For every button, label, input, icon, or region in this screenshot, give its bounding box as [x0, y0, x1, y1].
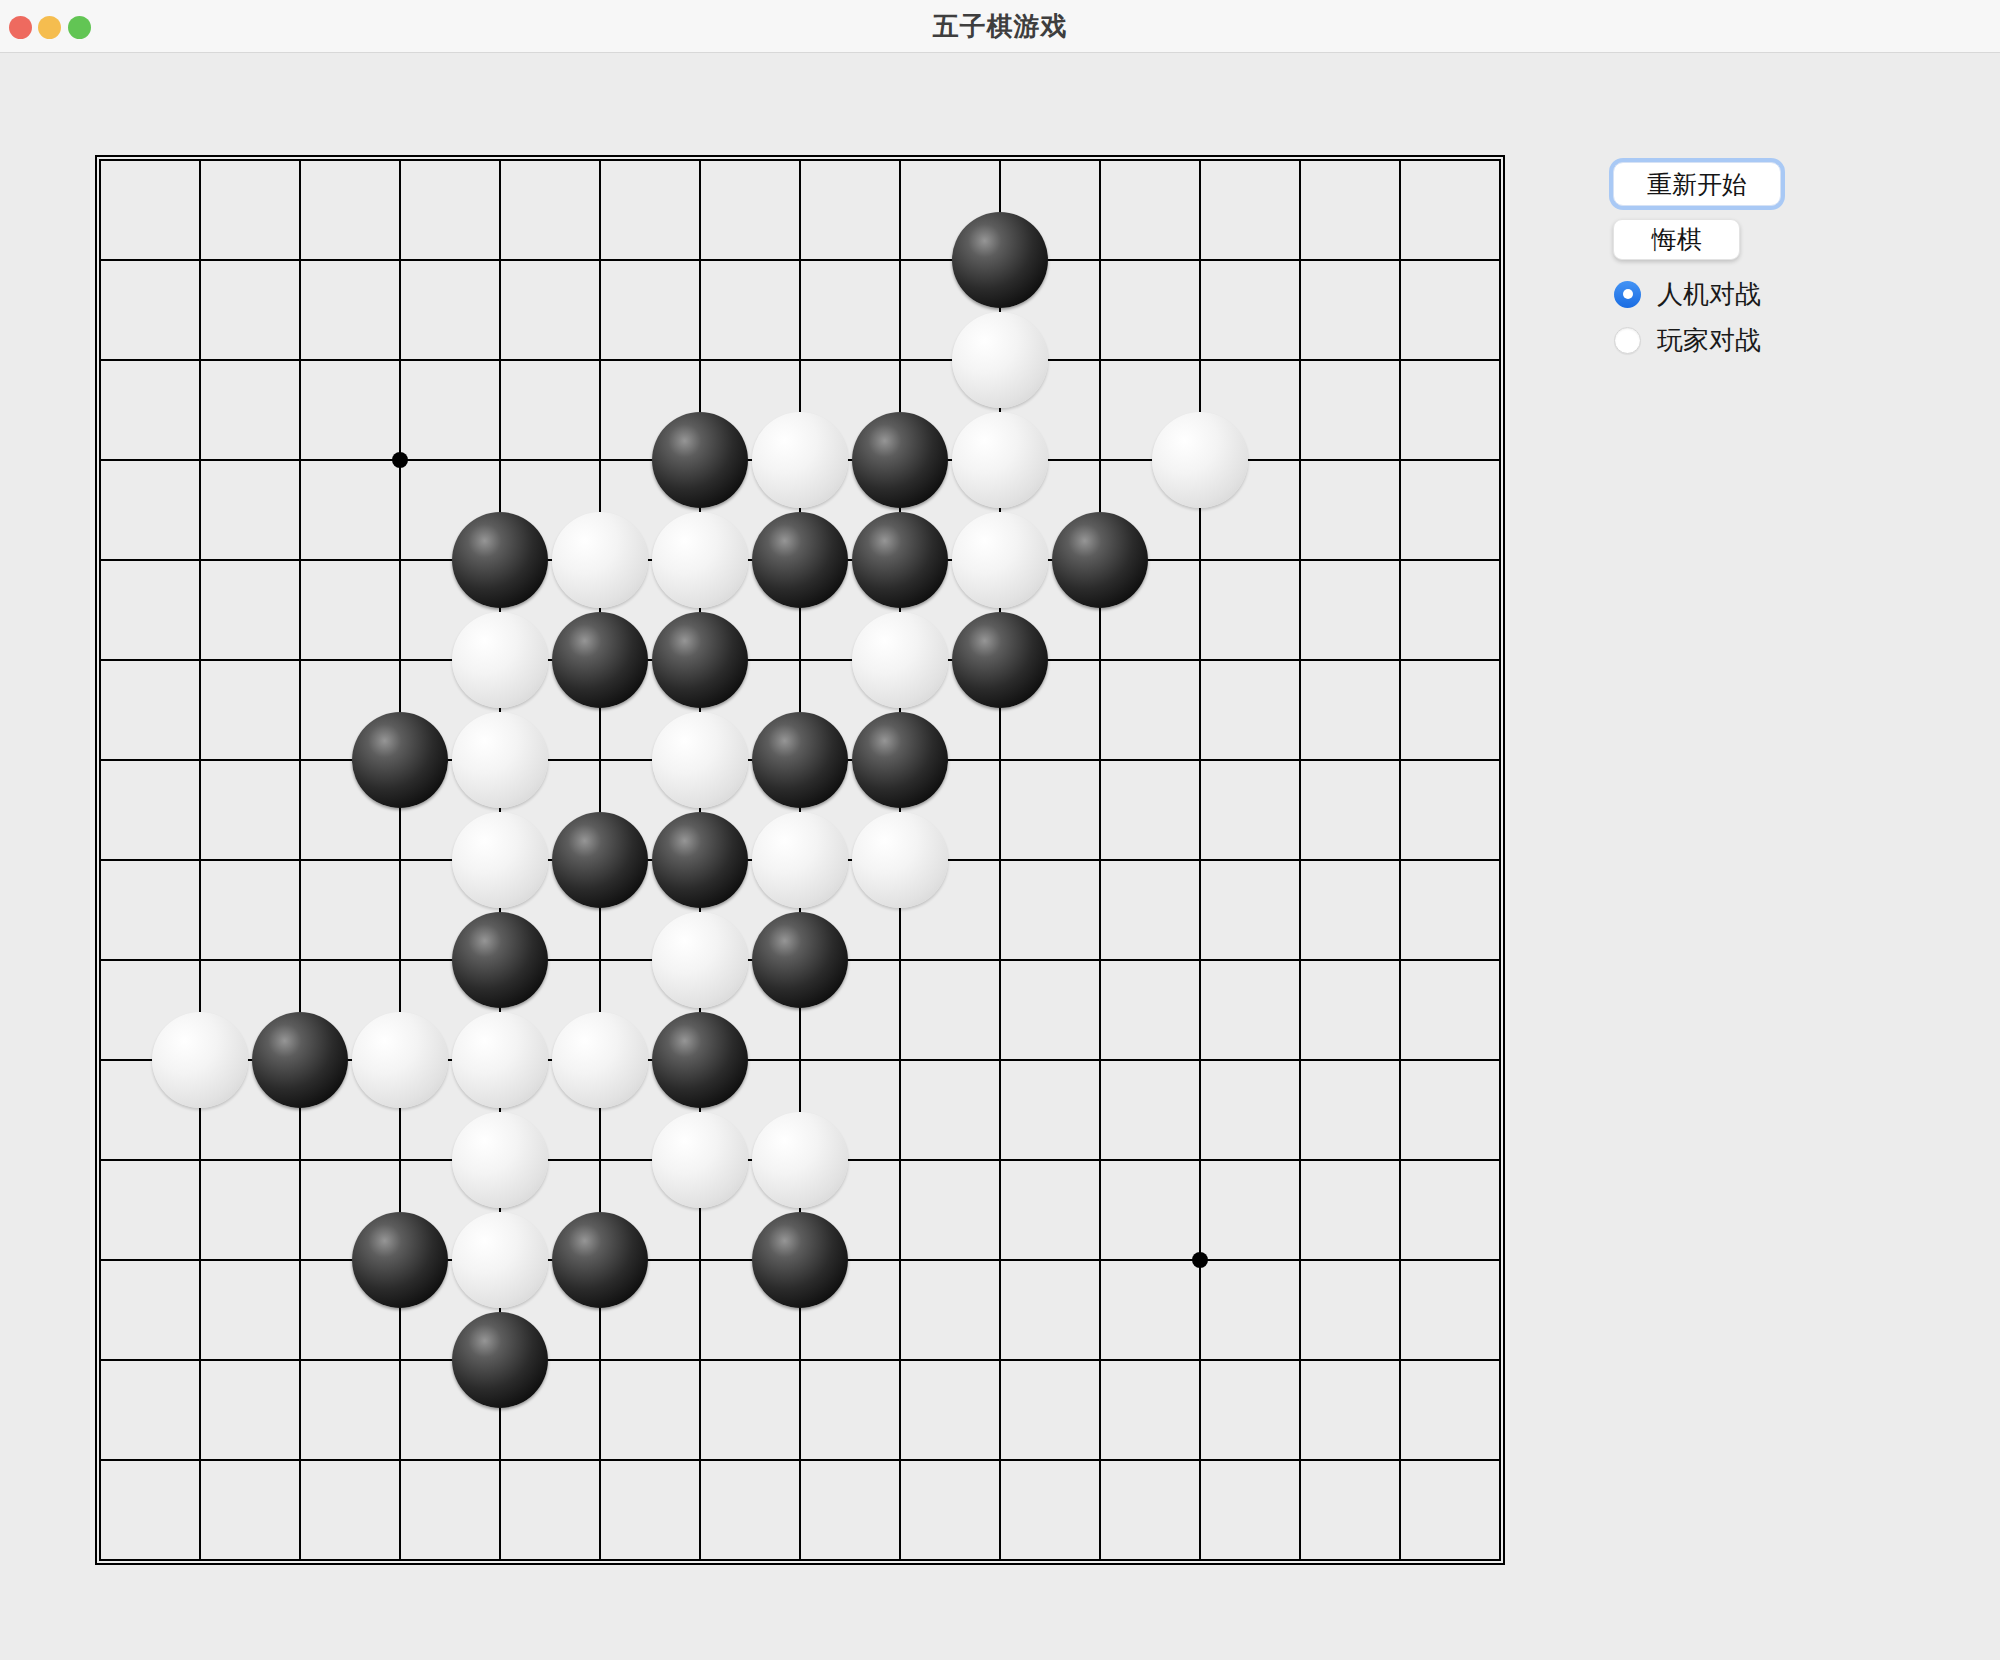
black-stone — [652, 412, 748, 508]
white-stone — [852, 812, 948, 908]
black-stone — [752, 912, 848, 1008]
white-stone — [152, 1012, 248, 1108]
black-stone — [352, 712, 448, 808]
undo-button[interactable]: 悔棋 — [1613, 219, 1740, 260]
white-stone — [952, 412, 1048, 508]
black-stone — [752, 1212, 848, 1308]
black-stone — [952, 612, 1048, 708]
black-stone — [752, 512, 848, 608]
white-stone — [1152, 412, 1248, 508]
white-stone — [552, 512, 648, 608]
white-stone — [352, 1012, 448, 1108]
black-stone — [652, 1012, 748, 1108]
black-stone — [752, 712, 848, 808]
white-stone — [552, 1012, 648, 1108]
white-stone — [452, 1212, 548, 1308]
radio-button-human-vs-ai[interactable] — [1614, 281, 1641, 308]
black-stone — [652, 812, 748, 908]
black-stone — [852, 512, 948, 608]
restart-button[interactable]: 重新开始 — [1613, 162, 1781, 206]
window-title: 五子棋游戏 — [0, 0, 2000, 52]
black-stone — [552, 612, 648, 708]
white-stone — [952, 312, 1048, 408]
black-stone — [252, 1012, 348, 1108]
mode-option-human-vs-ai[interactable]: 人机对战 — [1614, 280, 1761, 308]
black-stone — [452, 512, 548, 608]
black-stone — [352, 1212, 448, 1308]
white-stone — [652, 512, 748, 608]
title-bar: 五子棋游戏 — [0, 0, 2000, 53]
black-stone — [652, 612, 748, 708]
black-stone — [952, 212, 1048, 308]
mode-option-player-vs-player[interactable]: 玩家对战 — [1614, 326, 1761, 354]
black-stone — [452, 912, 548, 1008]
white-stone — [452, 1112, 548, 1208]
white-stone — [652, 712, 748, 808]
white-stone — [452, 812, 548, 908]
white-stone — [752, 812, 848, 908]
white-stone — [752, 1112, 848, 1208]
radio-button-player-vs-player[interactable] — [1614, 327, 1641, 354]
star-point — [392, 452, 408, 468]
white-stone — [652, 912, 748, 1008]
black-stone — [452, 1312, 548, 1408]
white-stone — [652, 1112, 748, 1208]
white-stone — [852, 612, 948, 708]
black-stone — [552, 1212, 648, 1308]
black-stone — [552, 812, 648, 908]
white-stone — [452, 712, 548, 808]
star-point — [1192, 1252, 1208, 1268]
radio-label: 人机对战 — [1657, 277, 1761, 312]
radio-label: 玩家对战 — [1657, 323, 1761, 358]
black-stone — [1052, 512, 1148, 608]
black-stone — [852, 712, 948, 808]
white-stone — [952, 512, 1048, 608]
black-stone — [852, 412, 948, 508]
white-stone — [752, 412, 848, 508]
white-stone — [452, 1012, 548, 1108]
white-stone — [452, 612, 548, 708]
